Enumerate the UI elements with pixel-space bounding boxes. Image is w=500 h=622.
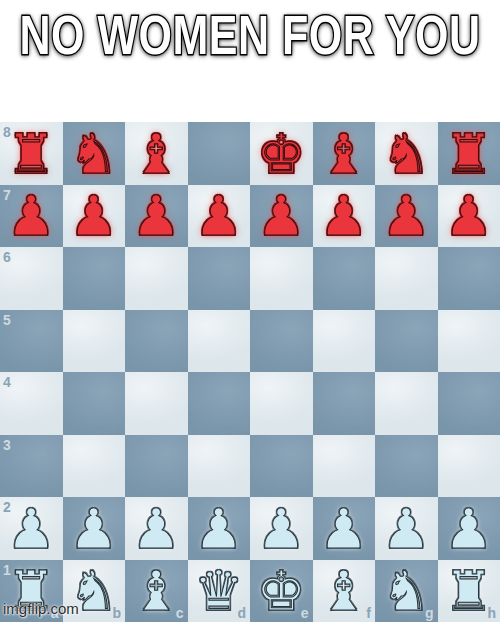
rank-label-5: 5 xyxy=(3,312,11,328)
piece-red-pawn-c7[interactable]: ♟ xyxy=(132,189,181,244)
piece-red-pawn-b7[interactable]: ♟ xyxy=(69,189,118,244)
piece-white-pawn-e2[interactable]: ♟ xyxy=(257,502,306,557)
piece-white-knight-g1[interactable]: ♞ xyxy=(382,564,431,619)
square-b2[interactable]: ♟ xyxy=(63,497,126,560)
square-d2[interactable]: ♟ xyxy=(188,497,251,560)
piece-white-bishop-f1[interactable]: ♝ xyxy=(319,564,368,619)
square-h7[interactable]: ♟ xyxy=(438,185,500,248)
square-e3[interactable] xyxy=(250,435,313,498)
piece-white-pawn-f2[interactable]: ♟ xyxy=(319,502,368,557)
square-c7[interactable]: ♟ xyxy=(125,185,188,248)
piece-red-knight-g8[interactable]: ♞ xyxy=(382,127,431,182)
square-f7[interactable]: ♟ xyxy=(313,185,376,248)
square-g4[interactable] xyxy=(375,372,438,435)
square-b4[interactable] xyxy=(63,372,126,435)
piece-red-pawn-f7[interactable]: ♟ xyxy=(319,189,368,244)
square-e2[interactable]: ♟ xyxy=(250,497,313,560)
square-f1[interactable]: f♝ xyxy=(313,560,376,622)
square-a2[interactable]: 2♟ xyxy=(0,497,63,560)
square-c8[interactable]: ♝ xyxy=(125,122,188,185)
square-g3[interactable] xyxy=(375,435,438,498)
square-e1[interactable]: e♚ xyxy=(250,560,313,622)
piece-red-pawn-h7[interactable]: ♟ xyxy=(444,189,493,244)
piece-white-pawn-b2[interactable]: ♟ xyxy=(69,502,118,557)
piece-red-pawn-e7[interactable]: ♟ xyxy=(257,189,306,244)
square-c4[interactable] xyxy=(125,372,188,435)
square-f6[interactable] xyxy=(313,247,376,310)
square-c6[interactable] xyxy=(125,247,188,310)
square-e8[interactable]: ♚ xyxy=(250,122,313,185)
square-a6[interactable]: 6 xyxy=(0,247,63,310)
square-h5[interactable] xyxy=(438,310,500,373)
square-f8[interactable]: ♝ xyxy=(313,122,376,185)
rank-label-3: 3 xyxy=(3,437,11,453)
rank-label-4: 4 xyxy=(3,374,11,390)
square-h6[interactable] xyxy=(438,247,500,310)
square-a7[interactable]: 7♟ xyxy=(0,185,63,248)
square-b8[interactable]: ♞ xyxy=(63,122,126,185)
square-h4[interactable] xyxy=(438,372,500,435)
square-c5[interactable] xyxy=(125,310,188,373)
square-h2[interactable]: ♟ xyxy=(438,497,500,560)
square-f4[interactable] xyxy=(313,372,376,435)
square-g8[interactable]: ♞ xyxy=(375,122,438,185)
meme-title: NO WOMEN FOR YOU xyxy=(19,4,480,67)
square-e7[interactable]: ♟ xyxy=(250,185,313,248)
piece-white-pawn-d2[interactable]: ♟ xyxy=(194,502,243,557)
piece-red-bishop-c8[interactable]: ♝ xyxy=(132,127,181,182)
square-d1[interactable]: d♛ xyxy=(188,560,251,622)
imgflip-watermark: imgflip.com xyxy=(3,600,79,617)
chess-board: 8♜♞♝♚♝♞♜7♟♟♟♟♟♟♟♟65432♟♟♟♟♟♟♟♟1a♜b♞c♝d♛e… xyxy=(0,122,500,622)
square-c2[interactable]: ♟ xyxy=(125,497,188,560)
piece-white-queen-d1[interactable]: ♛ xyxy=(194,564,243,619)
piece-red-bishop-f8[interactable]: ♝ xyxy=(319,127,368,182)
square-a8[interactable]: 8♜ xyxy=(0,122,63,185)
square-d3[interactable] xyxy=(188,435,251,498)
square-e6[interactable] xyxy=(250,247,313,310)
square-g5[interactable] xyxy=(375,310,438,373)
square-h1[interactable]: h♜ xyxy=(438,560,500,622)
square-c1[interactable]: c♝ xyxy=(125,560,188,622)
square-f5[interactable] xyxy=(313,310,376,373)
square-b5[interactable] xyxy=(63,310,126,373)
piece-red-king-e8[interactable]: ♚ xyxy=(257,127,306,182)
square-g7[interactable]: ♟ xyxy=(375,185,438,248)
piece-white-pawn-c2[interactable]: ♟ xyxy=(132,502,181,557)
rank-label-6: 6 xyxy=(3,249,11,265)
square-c3[interactable] xyxy=(125,435,188,498)
square-d7[interactable]: ♟ xyxy=(188,185,251,248)
square-h3[interactable] xyxy=(438,435,500,498)
piece-red-pawn-g7[interactable]: ♟ xyxy=(382,189,431,244)
square-d5[interactable] xyxy=(188,310,251,373)
square-d8[interactable] xyxy=(188,122,251,185)
square-e4[interactable] xyxy=(250,372,313,435)
piece-white-pawn-a2[interactable]: ♟ xyxy=(7,502,56,557)
square-g2[interactable]: ♟ xyxy=(375,497,438,560)
square-h8[interactable]: ♜ xyxy=(438,122,500,185)
piece-red-knight-b8[interactable]: ♞ xyxy=(69,127,118,182)
square-a3[interactable]: 3 xyxy=(0,435,63,498)
square-a5[interactable]: 5 xyxy=(0,310,63,373)
piece-red-pawn-d7[interactable]: ♟ xyxy=(194,189,243,244)
square-f3[interactable] xyxy=(313,435,376,498)
square-b6[interactable] xyxy=(63,247,126,310)
piece-white-king-e1[interactable]: ♚ xyxy=(257,564,306,619)
square-g6[interactable] xyxy=(375,247,438,310)
square-b3[interactable] xyxy=(63,435,126,498)
square-e5[interactable] xyxy=(250,310,313,373)
square-a4[interactable]: 4 xyxy=(0,372,63,435)
square-d6[interactable] xyxy=(188,247,251,310)
square-f2[interactable]: ♟ xyxy=(313,497,376,560)
piece-red-rook-a8[interactable]: ♜ xyxy=(7,127,56,182)
meme-banner: NO WOMEN FOR YOU xyxy=(0,0,500,122)
piece-red-pawn-a7[interactable]: ♟ xyxy=(7,189,56,244)
square-b7[interactable]: ♟ xyxy=(63,185,126,248)
piece-red-rook-h8[interactable]: ♜ xyxy=(444,127,493,182)
piece-white-pawn-g2[interactable]: ♟ xyxy=(382,502,431,557)
piece-white-rook-h1[interactable]: ♜ xyxy=(444,564,493,619)
square-d4[interactable] xyxy=(188,372,251,435)
piece-white-bishop-c1[interactable]: ♝ xyxy=(132,564,181,619)
piece-white-pawn-h2[interactable]: ♟ xyxy=(444,502,493,557)
square-g1[interactable]: g♞ xyxy=(375,560,438,622)
